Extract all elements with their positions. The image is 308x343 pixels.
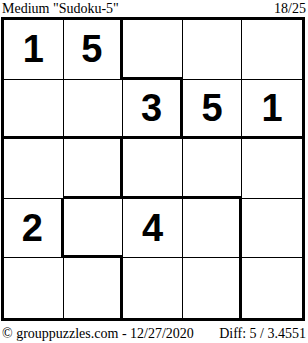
cell-r5c5[interactable] <box>242 258 302 318</box>
puzzle-page: Medium "Sudoku-5" 18/25 1535124 © groupp… <box>0 0 308 343</box>
cell-r4c4[interactable] <box>183 199 243 259</box>
cell-r1c4[interactable] <box>183 20 243 80</box>
cell-r3c2[interactable] <box>64 139 124 199</box>
cell-r5c3[interactable] <box>123 258 183 318</box>
cell-r3c1[interactable] <box>4 139 64 199</box>
footer-bar: © grouppuzzles.com - 12/27/2020 Diff: 5 … <box>0 321 308 341</box>
cell-r2c4[interactable]: 5 <box>183 80 243 140</box>
cell-r3c4[interactable] <box>183 139 243 199</box>
cell-r2c1[interactable] <box>4 80 64 140</box>
sudoku-board: 1535124 <box>1 17 305 321</box>
cell-r1c3[interactable] <box>123 20 183 80</box>
cell-r1c5[interactable] <box>242 20 302 80</box>
cell-r5c4[interactable] <box>183 258 243 318</box>
puzzle-title: Medium "Sudoku-5" <box>2 1 119 16</box>
cell-r4c3[interactable]: 4 <box>123 199 183 259</box>
cell-r5c1[interactable] <box>4 258 64 318</box>
cell-r3c3[interactable] <box>123 139 183 199</box>
cell-r1c2[interactable]: 5 <box>64 20 124 80</box>
cell-r3c5[interactable] <box>242 139 302 199</box>
cell-r4c5[interactable] <box>242 199 302 259</box>
cell-r2c5[interactable]: 1 <box>242 80 302 140</box>
cell-r4c1[interactable]: 2 <box>4 199 64 259</box>
cell-r2c3[interactable]: 3 <box>123 80 183 140</box>
cell-r5c2[interactable] <box>64 258 124 318</box>
difficulty-text: Diff: 5 / 3.4551 <box>219 326 306 341</box>
progress-counter: 18/25 <box>274 1 306 16</box>
cell-r4c2[interactable] <box>64 199 124 259</box>
header-bar: Medium "Sudoku-5" 18/25 <box>0 0 308 17</box>
cell-r1c1[interactable]: 1 <box>4 20 64 80</box>
cell-r2c2[interactable] <box>64 80 124 140</box>
copyright-text: © grouppuzzles.com - 12/27/2020 <box>2 326 194 341</box>
